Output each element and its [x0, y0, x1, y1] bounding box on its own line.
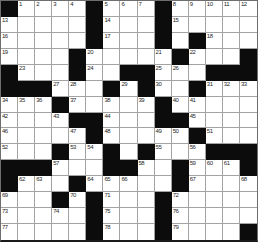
black-cell [172, 113, 189, 129]
black-cell [172, 49, 189, 65]
white-cell[interactable]: 13 [1, 17, 18, 33]
white-cell[interactable] [223, 176, 240, 192]
cell-number: 21 [156, 49, 162, 56]
white-cell[interactable]: 5 [103, 1, 120, 17]
white-cell[interactable] [172, 144, 189, 160]
white-cell[interactable] [103, 65, 120, 81]
white-cell[interactable] [52, 176, 69, 192]
cell-number: 19 [2, 49, 8, 56]
white-cell[interactable]: 3 [52, 1, 69, 17]
white-cell[interactable]: 63 [35, 176, 52, 192]
white-cell[interactable] [223, 113, 240, 129]
white-cell[interactable] [86, 97, 103, 113]
white-cell[interactable] [206, 224, 223, 240]
black-cell [1, 176, 18, 192]
white-cell[interactable] [138, 208, 155, 224]
cell-number: 53 [70, 144, 76, 151]
white-cell[interactable]: 50 [172, 128, 189, 144]
white-cell[interactable] [155, 176, 172, 192]
black-cell [240, 144, 257, 160]
white-cell[interactable] [52, 65, 69, 81]
cell-number: 54 [87, 144, 93, 151]
black-cell [86, 113, 103, 129]
white-cell[interactable] [138, 192, 155, 208]
cell-number: 50 [173, 128, 179, 135]
cell-number: 57 [53, 160, 59, 167]
cell-number: 72 [173, 192, 179, 199]
white-cell[interactable] [240, 33, 257, 49]
white-cell[interactable] [240, 128, 257, 144]
white-cell[interactable] [172, 33, 189, 49]
white-cell[interactable] [18, 17, 35, 33]
white-cell[interactable]: 72 [172, 192, 189, 208]
white-cell[interactable] [35, 33, 52, 49]
cell-number: 74 [53, 208, 59, 215]
white-cell[interactable]: 27 [52, 81, 69, 97]
cell-number: 62 [19, 176, 25, 183]
cell-number: 58 [139, 160, 145, 167]
white-cell[interactable]: 36 [35, 97, 52, 113]
white-cell[interactable]: 22 [189, 49, 206, 65]
cell-number: 60 [207, 160, 213, 167]
cell-number: 36 [36, 97, 42, 104]
cell-number: 51 [207, 128, 213, 135]
white-cell[interactable]: 37 [69, 97, 86, 113]
cell-number: 37 [70, 97, 76, 104]
white-cell[interactable]: 40 [172, 97, 189, 113]
white-cell[interactable] [206, 192, 223, 208]
cell-number: 10 [207, 1, 213, 8]
white-cell[interactable] [138, 224, 155, 240]
white-cell[interactable] [240, 97, 257, 113]
black-cell [240, 49, 257, 65]
black-cell [1, 160, 18, 176]
cell-number: 35 [19, 97, 25, 104]
white-cell[interactable] [240, 208, 257, 224]
white-cell[interactable]: 53 [69, 144, 86, 160]
cell-number: 47 [70, 128, 76, 135]
white-cell[interactable] [69, 160, 86, 176]
cell-number: 44 [104, 113, 110, 120]
black-cell [206, 65, 223, 81]
cell-number: 42 [2, 113, 8, 120]
cell-number: 78 [104, 224, 110, 231]
cell-number: 32 [224, 81, 230, 88]
cell-number: 43 [53, 113, 59, 120]
white-cell[interactable]: 14 [103, 17, 120, 33]
white-cell[interactable] [138, 17, 155, 33]
cell-number: 8 [173, 1, 176, 8]
white-cell[interactable] [35, 65, 52, 81]
white-cell[interactable]: 51 [206, 128, 223, 144]
white-cell[interactable]: 15 [172, 17, 189, 33]
black-cell [155, 208, 172, 224]
white-cell[interactable] [120, 17, 137, 33]
cell-number: 17 [104, 33, 110, 40]
white-cell[interactable]: 30 [155, 81, 172, 97]
white-cell[interactable]: 31 [206, 81, 223, 97]
white-cell[interactable] [172, 81, 189, 97]
white-cell[interactable] [52, 49, 69, 65]
white-cell[interactable]: 17 [103, 33, 120, 49]
white-cell[interactable] [138, 128, 155, 144]
cell-number: 20 [87, 49, 93, 56]
black-cell [69, 49, 86, 65]
cell-number: 69 [2, 192, 8, 199]
cell-number: 24 [87, 65, 93, 72]
black-cell [138, 81, 155, 97]
cell-number: 13 [2, 17, 8, 24]
black-cell [18, 160, 35, 176]
black-cell [86, 224, 103, 240]
black-cell [69, 113, 86, 129]
white-cell[interactable]: 29 [120, 81, 137, 97]
cell-number: 56 [190, 144, 196, 151]
cell-number: 9 [190, 1, 193, 8]
black-cell [189, 128, 206, 144]
cell-number: 25 [156, 65, 162, 72]
white-cell[interactable] [52, 128, 69, 144]
white-cell[interactable] [240, 17, 257, 33]
black-cell [223, 144, 240, 160]
white-cell[interactable]: 44 [103, 113, 120, 129]
white-cell[interactable] [35, 208, 52, 224]
white-cell[interactable] [18, 49, 35, 65]
white-cell[interactable]: 60 [206, 160, 223, 176]
cell-number: 38 [104, 97, 110, 104]
black-cell [86, 192, 103, 208]
white-cell[interactable] [155, 160, 172, 176]
white-cell[interactable] [240, 113, 257, 129]
black-cell [155, 17, 172, 33]
white-cell[interactable]: 69 [1, 192, 18, 208]
white-cell[interactable]: 55 [155, 144, 172, 160]
cell-number: 70 [70, 192, 76, 199]
black-cell [155, 33, 172, 49]
white-cell[interactable] [69, 224, 86, 240]
white-cell[interactable] [35, 17, 52, 33]
white-cell[interactable]: 24 [86, 65, 103, 81]
white-cell[interactable]: 56 [189, 144, 206, 160]
cell-number: 29 [121, 81, 127, 88]
white-cell[interactable]: 26 [172, 65, 189, 81]
cell-number: 33 [241, 81, 247, 88]
cell-number: 77 [2, 224, 8, 231]
cell-number: 4 [70, 1, 73, 8]
white-cell[interactable]: 7 [138, 1, 155, 17]
white-cell[interactable]: 42 [1, 113, 18, 129]
black-cell [120, 160, 137, 176]
white-cell[interactable] [189, 65, 206, 81]
black-cell [172, 160, 189, 176]
black-cell [120, 65, 137, 81]
white-cell[interactable] [18, 128, 35, 144]
white-cell[interactable] [86, 160, 103, 176]
white-cell[interactable]: 9 [189, 1, 206, 17]
white-cell[interactable]: 65 [103, 176, 120, 192]
white-cell[interactable]: 49 [155, 128, 172, 144]
cell-number: 46 [2, 128, 8, 135]
white-cell[interactable]: 64 [86, 176, 103, 192]
white-cell[interactable] [206, 113, 223, 129]
cell-number: 66 [121, 176, 127, 183]
white-cell[interactable]: 58 [138, 160, 155, 176]
white-cell[interactable]: 73 [1, 208, 18, 224]
white-cell[interactable]: 41 [189, 97, 206, 113]
cell-number: 26 [173, 65, 179, 72]
white-cell[interactable]: 18 [206, 33, 223, 49]
white-cell[interactable] [138, 33, 155, 49]
white-cell[interactable]: 10 [206, 1, 223, 17]
cell-number: 71 [104, 192, 110, 199]
white-cell[interactable] [240, 192, 257, 208]
white-cell[interactable]: 20 [86, 49, 103, 65]
black-cell [155, 224, 172, 240]
white-cell[interactable]: 48 [103, 128, 120, 144]
white-cell[interactable] [18, 208, 35, 224]
white-cell[interactable] [18, 224, 35, 240]
white-cell[interactable] [206, 208, 223, 224]
cell-number: 6 [121, 1, 124, 8]
white-cell[interactable]: 54 [86, 144, 103, 160]
white-cell[interactable]: 62 [18, 176, 35, 192]
white-cell[interactable] [120, 113, 137, 129]
white-cell[interactable] [206, 97, 223, 113]
white-cell[interactable] [52, 224, 69, 240]
white-cell[interactable]: 75 [103, 208, 120, 224]
white-cell[interactable]: 11 [223, 1, 240, 17]
white-cell[interactable] [120, 49, 137, 65]
black-cell [86, 128, 103, 144]
black-cell [240, 224, 257, 240]
white-cell[interactable]: 66 [120, 176, 137, 192]
white-cell[interactable]: 43 [52, 113, 69, 129]
white-cell[interactable]: 79 [172, 224, 189, 240]
white-cell[interactable] [223, 192, 240, 208]
cell-number: 75 [104, 208, 110, 215]
white-cell[interactable]: 4 [69, 1, 86, 17]
white-cell[interactable] [35, 113, 52, 129]
white-cell[interactable]: 16 [1, 33, 18, 49]
white-cell[interactable] [18, 33, 35, 49]
black-cell [86, 33, 103, 49]
white-cell[interactable] [35, 224, 52, 240]
cell-number: 65 [104, 176, 110, 183]
white-cell[interactable] [189, 208, 206, 224]
black-cell [69, 65, 86, 81]
black-cell [206, 144, 223, 160]
white-cell[interactable]: 12 [240, 1, 257, 17]
cell-number: 16 [2, 33, 8, 40]
cell-number: 55 [156, 144, 162, 151]
white-cell[interactable] [206, 17, 223, 33]
cell-number: 48 [104, 128, 110, 135]
cell-number: 73 [2, 208, 8, 215]
white-cell[interactable] [120, 208, 137, 224]
white-cell[interactable] [206, 176, 223, 192]
cell-number: 23 [19, 65, 25, 72]
black-cell [18, 81, 35, 97]
white-cell[interactable]: 74 [52, 208, 69, 224]
white-cell[interactable] [69, 33, 86, 49]
white-cell[interactable]: 34 [1, 97, 18, 113]
white-cell[interactable]: 1 [18, 1, 35, 17]
white-cell[interactable] [35, 144, 52, 160]
cell-number: 39 [139, 97, 145, 104]
black-cell [86, 1, 103, 17]
white-cell[interactable] [189, 224, 206, 240]
white-cell[interactable]: 39 [138, 97, 155, 113]
white-cell[interactable]: 67 [189, 176, 206, 192]
white-cell[interactable] [223, 208, 240, 224]
cell-number: 61 [224, 160, 230, 167]
cell-number: 52 [2, 144, 8, 151]
cell-number: 31 [207, 81, 213, 88]
white-cell[interactable] [69, 17, 86, 33]
white-cell[interactable] [138, 113, 155, 129]
white-cell[interactable]: 6 [120, 1, 137, 17]
white-cell[interactable] [206, 49, 223, 65]
cell-number: 7 [139, 1, 142, 8]
white-cell[interactable]: 71 [103, 192, 120, 208]
black-cell [103, 144, 120, 160]
white-cell[interactable] [223, 17, 240, 33]
cell-number: 68 [241, 176, 247, 183]
white-cell[interactable] [189, 17, 206, 33]
cell-number: 41 [190, 97, 196, 104]
black-cell [103, 160, 120, 176]
white-cell[interactable]: 23 [18, 65, 35, 81]
white-cell[interactable]: 32 [223, 81, 240, 97]
white-cell[interactable] [35, 128, 52, 144]
cell-number: 40 [173, 97, 179, 104]
cell-number: 14 [104, 17, 110, 24]
white-cell[interactable] [223, 33, 240, 49]
black-cell [103, 81, 120, 97]
cell-number: 67 [190, 176, 196, 183]
black-cell [155, 113, 172, 129]
white-cell[interactable] [223, 224, 240, 240]
white-cell[interactable]: 8 [172, 1, 189, 17]
black-cell [1, 1, 18, 17]
black-cell [155, 192, 172, 208]
white-cell[interactable]: 46 [1, 128, 18, 144]
white-cell[interactable] [120, 97, 137, 113]
white-cell[interactable] [138, 176, 155, 192]
cell-number: 5 [104, 1, 107, 8]
cell-number: 63 [36, 176, 42, 183]
white-cell[interactable]: 19 [1, 49, 18, 65]
black-cell [172, 176, 189, 192]
cell-number: 30 [156, 81, 162, 88]
white-cell[interactable] [18, 144, 35, 160]
white-cell[interactable]: 25 [155, 65, 172, 81]
white-cell[interactable] [120, 144, 137, 160]
white-cell[interactable]: 38 [103, 97, 120, 113]
cell-number: 79 [173, 224, 179, 231]
black-cell [69, 176, 86, 192]
cell-number: 15 [173, 17, 179, 24]
cell-number: 64 [87, 176, 93, 183]
white-cell[interactable] [120, 128, 137, 144]
white-cell[interactable]: 47 [69, 128, 86, 144]
black-cell [1, 65, 18, 81]
cell-number: 22 [190, 49, 196, 56]
white-cell[interactable] [223, 49, 240, 65]
black-cell [223, 65, 240, 81]
white-cell[interactable] [138, 49, 155, 65]
black-cell [155, 97, 172, 113]
black-cell [240, 160, 257, 176]
white-cell[interactable] [120, 33, 137, 49]
black-cell [86, 208, 103, 224]
cell-number: 34 [2, 97, 8, 104]
white-cell[interactable] [35, 49, 52, 65]
white-cell[interactable]: 28 [69, 81, 86, 97]
black-cell [155, 1, 172, 17]
white-cell[interactable] [18, 192, 35, 208]
white-cell[interactable] [120, 192, 137, 208]
white-cell[interactable]: 33 [240, 81, 257, 97]
cell-number: 76 [173, 208, 179, 215]
black-cell [1, 81, 18, 97]
cell-number: 45 [190, 113, 196, 120]
white-cell[interactable]: 61 [223, 160, 240, 176]
white-cell[interactable] [69, 208, 86, 224]
black-cell [52, 97, 69, 113]
white-cell[interactable]: 70 [69, 192, 86, 208]
white-cell[interactable] [120, 224, 137, 240]
black-cell [138, 65, 155, 81]
white-cell[interactable] [35, 192, 52, 208]
black-cell [189, 81, 206, 97]
white-cell[interactable]: 2 [35, 1, 52, 17]
white-cell[interactable]: 52 [1, 144, 18, 160]
white-cell[interactable]: 57 [52, 160, 69, 176]
black-cell [86, 17, 103, 33]
white-cell[interactable] [52, 33, 69, 49]
cell-number: 1 [19, 1, 22, 8]
black-cell [52, 144, 69, 160]
cell-number: 2 [36, 1, 39, 8]
white-cell[interactable] [86, 81, 103, 97]
white-cell[interactable] [223, 128, 240, 144]
black-cell [35, 160, 52, 176]
white-cell[interactable] [52, 17, 69, 33]
cell-number: 27 [53, 81, 59, 88]
white-cell[interactable]: 45 [189, 113, 206, 129]
white-cell[interactable]: 68 [240, 176, 257, 192]
black-cell [35, 81, 52, 97]
white-cell[interactable]: 21 [155, 49, 172, 65]
cell-number: 12 [241, 1, 247, 8]
white-cell[interactable] [103, 49, 120, 65]
white-cell[interactable] [223, 97, 240, 113]
cell-number: 28 [70, 81, 76, 88]
white-cell[interactable]: 59 [189, 160, 206, 176]
cell-number: 3 [53, 1, 56, 8]
white-cell[interactable] [189, 192, 206, 208]
cell-number: 11 [224, 1, 229, 8]
black-cell [52, 192, 69, 208]
cell-number: 18 [207, 33, 213, 40]
white-cell[interactable]: 76 [172, 208, 189, 224]
white-cell[interactable]: 78 [103, 224, 120, 240]
cell-number: 59 [190, 160, 196, 167]
white-cell[interactable]: 77 [1, 224, 18, 240]
white-cell[interactable]: 35 [18, 97, 35, 113]
white-cell[interactable] [18, 113, 35, 129]
